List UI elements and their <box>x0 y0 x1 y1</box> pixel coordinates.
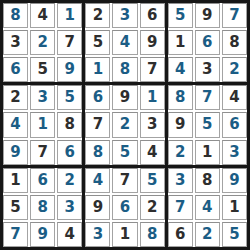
cell-r8c3[interactable]: 3 <box>57 195 82 220</box>
cell-r6c6[interactable]: 4 <box>140 140 165 165</box>
cell-r7c1[interactable]: 1 <box>3 168 28 193</box>
cell-r3c7[interactable]: 4 <box>168 57 193 82</box>
cell-r9c2[interactable]: 9 <box>30 222 55 247</box>
cell-r1c9[interactable]: 7 <box>222 3 247 28</box>
cell-r4c6[interactable]: 1 <box>140 85 165 110</box>
cell-r4c9[interactable]: 4 <box>222 85 247 110</box>
cell-r1c4[interactable]: 2 <box>85 3 110 28</box>
cell-r8c6[interactable]: 2 <box>140 195 165 220</box>
cell-r1c7[interactable]: 5 <box>168 3 193 28</box>
cell-r5c9[interactable]: 6 <box>222 112 247 137</box>
cell-r6c4[interactable]: 8 <box>85 140 110 165</box>
box-2-2: 691723854 <box>85 85 164 164</box>
cell-r7c7[interactable]: 3 <box>168 168 193 193</box>
cell-r6c3[interactable]: 6 <box>57 140 82 165</box>
cell-r4c2[interactable]: 3 <box>30 85 55 110</box>
cell-r8c7[interactable]: 7 <box>168 195 193 220</box>
box-1-3: 597168432 <box>168 3 247 82</box>
box-3-3: 389741625 <box>168 168 247 247</box>
cell-r9c5[interactable]: 1 <box>112 222 137 247</box>
cell-r5c7[interactable]: 9 <box>168 112 193 137</box>
cell-r7c2[interactable]: 6 <box>30 168 55 193</box>
cell-r4c7[interactable]: 8 <box>168 85 193 110</box>
cell-r3c1[interactable]: 6 <box>3 57 28 82</box>
sudoku-board: 8413276592365491875971684322354189766917… <box>0 0 250 250</box>
cell-r1c8[interactable]: 9 <box>195 3 220 28</box>
cell-r2c3[interactable]: 7 <box>57 30 82 55</box>
box-1-1: 841327659 <box>3 3 82 82</box>
cell-r4c8[interactable]: 7 <box>195 85 220 110</box>
cell-r7c3[interactable]: 2 <box>57 168 82 193</box>
cell-r1c6[interactable]: 6 <box>140 3 165 28</box>
cell-r5c3[interactable]: 8 <box>57 112 82 137</box>
cell-r9c8[interactable]: 2 <box>195 222 220 247</box>
cell-r6c1[interactable]: 9 <box>3 140 28 165</box>
cell-r1c3[interactable]: 1 <box>57 3 82 28</box>
box-3-2: 475962318 <box>85 168 164 247</box>
cell-r4c1[interactable]: 2 <box>3 85 28 110</box>
box-2-3: 874956213 <box>168 85 247 164</box>
cell-r8c1[interactable]: 5 <box>3 195 28 220</box>
cell-r2c2[interactable]: 2 <box>30 30 55 55</box>
cell-r3c3[interactable]: 9 <box>57 57 82 82</box>
cell-r5c2[interactable]: 1 <box>30 112 55 137</box>
box-2-1: 235418976 <box>3 85 82 164</box>
cell-r3c8[interactable]: 3 <box>195 57 220 82</box>
cell-r6c5[interactable]: 5 <box>112 140 137 165</box>
cell-r5c4[interactable]: 7 <box>85 112 110 137</box>
cell-r7c4[interactable]: 4 <box>85 168 110 193</box>
cell-r1c1[interactable]: 8 <box>3 3 28 28</box>
box-1-2: 236549187 <box>85 3 164 82</box>
cell-r8c4[interactable]: 9 <box>85 195 110 220</box>
cell-r1c2[interactable]: 4 <box>30 3 55 28</box>
cell-r5c8[interactable]: 5 <box>195 112 220 137</box>
cell-r3c2[interactable]: 5 <box>30 57 55 82</box>
cell-r9c3[interactable]: 4 <box>57 222 82 247</box>
cell-r3c6[interactable]: 7 <box>140 57 165 82</box>
cell-r8c8[interactable]: 4 <box>195 195 220 220</box>
cell-r3c4[interactable]: 1 <box>85 57 110 82</box>
cell-r9c7[interactable]: 6 <box>168 222 193 247</box>
cell-r2c9[interactable]: 8 <box>222 30 247 55</box>
cell-r2c8[interactable]: 6 <box>195 30 220 55</box>
cell-r4c3[interactable]: 5 <box>57 85 82 110</box>
cell-r2c1[interactable]: 3 <box>3 30 28 55</box>
cell-r7c8[interactable]: 8 <box>195 168 220 193</box>
cell-r9c1[interactable]: 7 <box>3 222 28 247</box>
cell-r8c9[interactable]: 1 <box>222 195 247 220</box>
cell-r5c5[interactable]: 2 <box>112 112 137 137</box>
cell-r4c4[interactable]: 6 <box>85 85 110 110</box>
cell-r3c9[interactable]: 2 <box>222 57 247 82</box>
cell-r2c4[interactable]: 5 <box>85 30 110 55</box>
cell-r2c6[interactable]: 9 <box>140 30 165 55</box>
cell-r2c7[interactable]: 1 <box>168 30 193 55</box>
cell-r8c5[interactable]: 6 <box>112 195 137 220</box>
cell-r7c9[interactable]: 9 <box>222 168 247 193</box>
cell-r5c1[interactable]: 4 <box>3 112 28 137</box>
cell-r6c8[interactable]: 1 <box>195 140 220 165</box>
cell-r6c2[interactable]: 7 <box>30 140 55 165</box>
cell-r1c5[interactable]: 3 <box>112 3 137 28</box>
cell-r6c9[interactable]: 3 <box>222 140 247 165</box>
cell-r9c4[interactable]: 3 <box>85 222 110 247</box>
cell-r5c6[interactable]: 3 <box>140 112 165 137</box>
cell-r4c5[interactable]: 9 <box>112 85 137 110</box>
cell-r9c9[interactable]: 5 <box>222 222 247 247</box>
cell-r7c5[interactable]: 7 <box>112 168 137 193</box>
cell-r6c7[interactable]: 2 <box>168 140 193 165</box>
box-3-1: 162583794 <box>3 168 82 247</box>
cell-r9c6[interactable]: 8 <box>140 222 165 247</box>
cell-r2c5[interactable]: 4 <box>112 30 137 55</box>
cell-r8c2[interactable]: 8 <box>30 195 55 220</box>
cell-r3c5[interactable]: 8 <box>112 57 137 82</box>
cell-r7c6[interactable]: 5 <box>140 168 165 193</box>
